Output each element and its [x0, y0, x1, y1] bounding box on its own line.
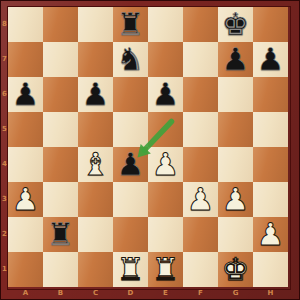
square-b5[interactable] [43, 112, 78, 147]
square-g4[interactable] [218, 147, 253, 182]
rank-label-3: 3 [1, 182, 8, 217]
square-h2[interactable]: ♟ [253, 217, 288, 252]
piece-white-bishop-c4[interactable]: ♝ [78, 147, 113, 182]
file-label-b: B [43, 288, 78, 300]
square-g1[interactable]: ♚ [218, 252, 253, 287]
square-e2[interactable] [148, 217, 183, 252]
square-d8[interactable]: ♜ [113, 7, 148, 42]
rank-label-8: 8 [1, 7, 8, 42]
square-h3[interactable] [253, 182, 288, 217]
piece-black-pawn-h7[interactable]: ♟ [253, 42, 288, 77]
file-label-e: E [148, 288, 183, 300]
square-f7[interactable] [183, 42, 218, 77]
square-g7[interactable]: ♟ [218, 42, 253, 77]
square-a4[interactable] [8, 147, 43, 182]
square-c7[interactable] [78, 42, 113, 77]
square-d3[interactable] [113, 182, 148, 217]
square-a3[interactable]: ♟ [8, 182, 43, 217]
square-f6[interactable] [183, 77, 218, 112]
piece-black-pawn-e6[interactable]: ♟ [148, 77, 183, 112]
square-b6[interactable] [43, 77, 78, 112]
square-e6[interactable]: ♟ [148, 77, 183, 112]
square-d6[interactable] [113, 77, 148, 112]
square-f8[interactable] [183, 7, 218, 42]
square-h6[interactable] [253, 77, 288, 112]
square-b2[interactable]: ♜ [43, 217, 78, 252]
piece-white-rook-d1[interactable]: ♜ [113, 252, 148, 287]
square-a7[interactable] [8, 42, 43, 77]
square-e4[interactable]: ♟ [148, 147, 183, 182]
square-f2[interactable] [183, 217, 218, 252]
piece-black-pawn-d4[interactable]: ♟ [113, 147, 148, 182]
rank-label-7: 7 [1, 42, 8, 77]
chess-board-frame: ♜♚♞♟♟♟♟♟♝♟♟♟♟♟♜♟♜♜♚ 87654321ABCDEFGH [0, 0, 300, 300]
piece-black-king-g8[interactable]: ♚ [218, 7, 253, 42]
square-c8[interactable] [78, 7, 113, 42]
file-label-h: H [253, 288, 288, 300]
square-b1[interactable] [43, 252, 78, 287]
square-h4[interactable] [253, 147, 288, 182]
piece-black-rook-b2[interactable]: ♜ [43, 217, 78, 252]
square-d2[interactable] [113, 217, 148, 252]
square-c1[interactable] [78, 252, 113, 287]
square-f1[interactable] [183, 252, 218, 287]
piece-black-pawn-a6[interactable]: ♟ [8, 77, 43, 112]
square-e8[interactable] [148, 7, 183, 42]
square-g2[interactable] [218, 217, 253, 252]
square-h5[interactable] [253, 112, 288, 147]
file-label-f: F [183, 288, 218, 300]
piece-black-pawn-c6[interactable]: ♟ [78, 77, 113, 112]
file-label-d: D [113, 288, 148, 300]
square-g3[interactable]: ♟ [218, 182, 253, 217]
square-c2[interactable] [78, 217, 113, 252]
file-label-a: A [8, 288, 43, 300]
square-b7[interactable] [43, 42, 78, 77]
piece-black-knight-d7[interactable]: ♞ [113, 42, 148, 77]
square-a8[interactable] [8, 7, 43, 42]
square-d4[interactable]: ♟ [113, 147, 148, 182]
square-c5[interactable] [78, 112, 113, 147]
square-f4[interactable] [183, 147, 218, 182]
square-d7[interactable]: ♞ [113, 42, 148, 77]
square-c3[interactable] [78, 182, 113, 217]
rank-label-5: 5 [1, 112, 8, 147]
square-e1[interactable]: ♜ [148, 252, 183, 287]
piece-white-pawn-g3[interactable]: ♟ [218, 182, 253, 217]
square-c4[interactable]: ♝ [78, 147, 113, 182]
square-c6[interactable]: ♟ [78, 77, 113, 112]
piece-white-pawn-h2[interactable]: ♟ [253, 217, 288, 252]
square-a5[interactable] [8, 112, 43, 147]
square-h1[interactable] [253, 252, 288, 287]
piece-white-pawn-e4[interactable]: ♟ [148, 147, 183, 182]
file-label-c: C [78, 288, 113, 300]
square-g6[interactable] [218, 77, 253, 112]
square-a6[interactable]: ♟ [8, 77, 43, 112]
square-d5[interactable] [113, 112, 148, 147]
rank-label-6: 6 [1, 77, 8, 112]
piece-white-pawn-a3[interactable]: ♟ [8, 182, 43, 217]
square-h8[interactable] [253, 7, 288, 42]
square-e3[interactable] [148, 182, 183, 217]
square-a1[interactable] [8, 252, 43, 287]
piece-white-king-g1[interactable]: ♚ [218, 252, 253, 287]
square-g8[interactable]: ♚ [218, 7, 253, 42]
piece-black-pawn-g7[interactable]: ♟ [218, 42, 253, 77]
square-e5[interactable] [148, 112, 183, 147]
square-f5[interactable] [183, 112, 218, 147]
square-g5[interactable] [218, 112, 253, 147]
chess-board: ♜♚♞♟♟♟♟♟♝♟♟♟♟♟♜♟♜♜♚ [8, 7, 288, 287]
rank-label-4: 4 [1, 147, 8, 182]
square-h7[interactable]: ♟ [253, 42, 288, 77]
piece-white-rook-e1[interactable]: ♜ [148, 252, 183, 287]
rank-label-1: 1 [1, 252, 8, 287]
square-a2[interactable] [8, 217, 43, 252]
piece-white-pawn-f3[interactable]: ♟ [183, 182, 218, 217]
square-e7[interactable] [148, 42, 183, 77]
square-b8[interactable] [43, 7, 78, 42]
square-b3[interactable] [43, 182, 78, 217]
square-b4[interactable] [43, 147, 78, 182]
piece-black-rook-d8[interactable]: ♜ [113, 7, 148, 42]
file-label-g: G [218, 288, 253, 300]
square-f3[interactable]: ♟ [183, 182, 218, 217]
rank-label-2: 2 [1, 217, 8, 252]
square-d1[interactable]: ♜ [113, 252, 148, 287]
